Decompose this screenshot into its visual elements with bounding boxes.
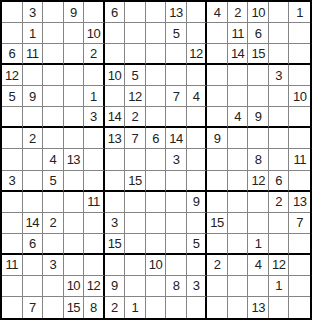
cell-r7c9-given[interactable]: 14 <box>166 128 187 149</box>
cell-r6c13-given[interactable]: 9 <box>248 107 269 128</box>
cell-r1c2-given[interactable]: 3 <box>23 2 44 23</box>
cell-r1c15-given[interactable]: 1 <box>289 2 310 23</box>
cell-r1c10-empty[interactable] <box>187 2 208 23</box>
cell-r12c6-given[interactable]: 15 <box>105 234 126 255</box>
cell-r3c1-given[interactable]: 6 <box>2 44 23 65</box>
cell-r6c4-empty[interactable] <box>64 107 85 128</box>
cell-r9c3-given[interactable]: 5 <box>43 171 64 192</box>
cell-r1c3-empty[interactable] <box>43 2 64 23</box>
cell-r8c9-given[interactable]: 3 <box>166 149 187 170</box>
cell-r9c14-given[interactable]: 6 <box>269 171 290 192</box>
cell-r12c11-empty[interactable] <box>207 234 228 255</box>
cell-r14c11-empty[interactable] <box>207 276 228 297</box>
cell-r14c10-given[interactable]: 3 <box>187 276 208 297</box>
cell-r14c6-given[interactable]: 9 <box>105 276 126 297</box>
cell-r4c2-empty[interactable] <box>23 65 44 86</box>
cell-r8c13-given[interactable]: 8 <box>248 149 269 170</box>
cell-r5c1-given[interactable]: 5 <box>2 86 23 107</box>
cell-r5c8-empty[interactable] <box>146 86 167 107</box>
cell-r5c5-given[interactable]: 1 <box>84 86 105 107</box>
cell-r4c12-empty[interactable] <box>228 65 249 86</box>
cell-r1c6-given[interactable]: 6 <box>105 2 126 23</box>
cell-r11c1-empty[interactable] <box>2 213 23 234</box>
cell-r12c3-empty[interactable] <box>43 234 64 255</box>
cell-r13c9-empty[interactable] <box>166 255 187 276</box>
cell-r3c14-empty[interactable] <box>269 44 290 65</box>
cell-r15c8-empty[interactable] <box>146 297 167 318</box>
cell-r12c5-empty[interactable] <box>84 234 105 255</box>
cell-r2c10-empty[interactable] <box>187 23 208 44</box>
cell-r6c8-empty[interactable] <box>146 107 167 128</box>
cell-r13c14-given[interactable]: 12 <box>269 255 290 276</box>
cell-r4c5-empty[interactable] <box>84 65 105 86</box>
cell-r3c15-empty[interactable] <box>289 44 310 65</box>
cell-r13c1-given[interactable]: 11 <box>2 255 23 276</box>
sudoku-15x15-puzzle: 3961342101110511661121214151210535911274… <box>0 0 312 320</box>
cell-r2c12-given[interactable]: 11 <box>228 23 249 44</box>
sudoku-board: 3961342101110511661121214151210535911274… <box>0 0 312 320</box>
cell-r7c10-empty[interactable] <box>187 128 208 149</box>
cell-r13c5-empty[interactable] <box>84 255 105 276</box>
cell-r7c14-empty[interactable] <box>269 128 290 149</box>
cell-r1c12-given[interactable]: 2 <box>228 2 249 23</box>
cell-r14c2-empty[interactable] <box>23 276 44 297</box>
cell-r3c12-given[interactable]: 14 <box>228 44 249 65</box>
cell-r4c15-empty[interactable] <box>289 65 310 86</box>
cell-r14c14-given[interactable]: 1 <box>269 276 290 297</box>
cell-r3c2-given[interactable]: 11 <box>23 44 44 65</box>
cell-r13c12-empty[interactable] <box>228 255 249 276</box>
cell-r15c1-empty[interactable] <box>2 297 23 318</box>
cell-r9c13-given[interactable]: 12 <box>248 171 269 192</box>
cell-r6c15-empty[interactable] <box>289 107 310 128</box>
cell-r15c11-empty[interactable] <box>207 297 228 318</box>
cell-r4c3-empty[interactable] <box>43 65 64 86</box>
cell-r10c5-given[interactable]: 11 <box>84 192 105 213</box>
cell-r5c10-given[interactable]: 4 <box>187 86 208 107</box>
cell-r3c6-empty[interactable] <box>105 44 126 65</box>
cell-r7c15-empty[interactable] <box>289 128 310 149</box>
cell-r9c7-given[interactable]: 15 <box>125 171 146 192</box>
cell-r6c7-given[interactable]: 2 <box>125 107 146 128</box>
cell-r9c5-empty[interactable] <box>84 171 105 192</box>
cell-r10c3-empty[interactable] <box>43 192 64 213</box>
cell-r11c14-empty[interactable] <box>269 213 290 234</box>
cell-r15c6-given[interactable]: 2 <box>105 297 126 318</box>
cell-r1c4-given[interactable]: 9 <box>64 2 85 23</box>
cell-r2c4-empty[interactable] <box>64 23 85 44</box>
cell-r15c14-empty[interactable] <box>269 297 290 318</box>
cell-r11c8-empty[interactable] <box>146 213 167 234</box>
cell-r7c1-empty[interactable] <box>2 128 23 149</box>
cell-r2c13-given[interactable]: 6 <box>248 23 269 44</box>
cell-r4c10-empty[interactable] <box>187 65 208 86</box>
cell-r10c2-empty[interactable] <box>23 192 44 213</box>
cell-r7c8-given[interactable]: 6 <box>146 128 167 149</box>
cell-r8c3-given[interactable]: 4 <box>43 149 64 170</box>
cell-r8c11-empty[interactable] <box>207 149 228 170</box>
cell-r14c8-empty[interactable] <box>146 276 167 297</box>
cell-r6c6-given[interactable]: 14 <box>105 107 126 128</box>
cell-r11c3-given[interactable]: 2 <box>43 213 64 234</box>
cell-r10c12-empty[interactable] <box>228 192 249 213</box>
cell-r5c12-empty[interactable] <box>228 86 249 107</box>
cell-r2c1-empty[interactable] <box>2 23 23 44</box>
cell-r5c11-empty[interactable] <box>207 86 228 107</box>
cell-r3c10-given[interactable]: 12 <box>187 44 208 65</box>
cell-r3c7-empty[interactable] <box>125 44 146 65</box>
cell-r2c15-empty[interactable] <box>289 23 310 44</box>
cell-r5c7-given[interactable]: 12 <box>125 86 146 107</box>
cell-r5c3-empty[interactable] <box>43 86 64 107</box>
cell-r2c11-empty[interactable] <box>207 23 228 44</box>
cell-r15c15-empty[interactable] <box>289 297 310 318</box>
cell-r9c4-empty[interactable] <box>64 171 85 192</box>
cell-r7c2-given[interactable]: 2 <box>23 128 44 149</box>
cell-r6c9-empty[interactable] <box>166 107 187 128</box>
cell-r3c9-empty[interactable] <box>166 44 187 65</box>
cell-r7c6-given[interactable]: 13 <box>105 128 126 149</box>
cell-r4c11-empty[interactable] <box>207 65 228 86</box>
cell-r7c4-empty[interactable] <box>64 128 85 149</box>
cell-r9c1-given[interactable]: 3 <box>2 171 23 192</box>
cell-r11c10-empty[interactable] <box>187 213 208 234</box>
cell-r10c15-given[interactable]: 13 <box>289 192 310 213</box>
cell-r5c4-empty[interactable] <box>64 86 85 107</box>
cell-r2c3-empty[interactable] <box>43 23 64 44</box>
cell-r11c6-given[interactable]: 3 <box>105 213 126 234</box>
cell-r7c12-empty[interactable] <box>228 128 249 149</box>
cell-r1c5-empty[interactable] <box>84 2 105 23</box>
cell-r3c8-empty[interactable] <box>146 44 167 65</box>
cell-r6c1-empty[interactable] <box>2 107 23 128</box>
cell-r9c10-empty[interactable] <box>187 171 208 192</box>
cell-r10c13-empty[interactable] <box>248 192 269 213</box>
cell-r15c13-given[interactable]: 13 <box>248 297 269 318</box>
cell-r8c5-empty[interactable] <box>84 149 105 170</box>
cell-r12c9-empty[interactable] <box>166 234 187 255</box>
cell-r8c8-empty[interactable] <box>146 149 167 170</box>
cell-r2c6-empty[interactable] <box>105 23 126 44</box>
cell-r13c11-given[interactable]: 2 <box>207 255 228 276</box>
cell-r10c9-empty[interactable] <box>166 192 187 213</box>
cell-r12c13-given[interactable]: 1 <box>248 234 269 255</box>
cell-r2c14-empty[interactable] <box>269 23 290 44</box>
cell-r3c3-empty[interactable] <box>43 44 64 65</box>
cell-r2c5-given[interactable]: 10 <box>84 23 105 44</box>
cell-r10c4-empty[interactable] <box>64 192 85 213</box>
cell-r11c5-empty[interactable] <box>84 213 105 234</box>
cell-r10c1-empty[interactable] <box>2 192 23 213</box>
cell-r13c2-empty[interactable] <box>23 255 44 276</box>
cell-r13c10-empty[interactable] <box>187 255 208 276</box>
cell-r6c10-empty[interactable] <box>187 107 208 128</box>
cell-r13c13-given[interactable]: 4 <box>248 255 269 276</box>
cell-r8c7-empty[interactable] <box>125 149 146 170</box>
cell-r1c7-empty[interactable] <box>125 2 146 23</box>
cell-r11c12-empty[interactable] <box>228 213 249 234</box>
cell-r12c10-given[interactable]: 5 <box>187 234 208 255</box>
cell-r12c15-empty[interactable] <box>289 234 310 255</box>
cell-r5c6-empty[interactable] <box>105 86 126 107</box>
cell-r14c5-given[interactable]: 12 <box>84 276 105 297</box>
cell-r13c7-empty[interactable] <box>125 255 146 276</box>
cell-r6c14-empty[interactable] <box>269 107 290 128</box>
cell-r3c4-empty[interactable] <box>64 44 85 65</box>
cell-r5c13-empty[interactable] <box>248 86 269 107</box>
cell-r2c9-given[interactable]: 5 <box>166 23 187 44</box>
cell-r12c1-empty[interactable] <box>2 234 23 255</box>
cell-r10c10-given[interactable]: 9 <box>187 192 208 213</box>
cell-r10c11-empty[interactable] <box>207 192 228 213</box>
cell-r7c5-empty[interactable] <box>84 128 105 149</box>
cell-r2c8-empty[interactable] <box>146 23 167 44</box>
cell-r11c4-empty[interactable] <box>64 213 85 234</box>
cell-r14c13-empty[interactable] <box>248 276 269 297</box>
cell-r15c12-empty[interactable] <box>228 297 249 318</box>
cell-r12c14-empty[interactable] <box>269 234 290 255</box>
cell-r2c2-given[interactable]: 1 <box>23 23 44 44</box>
cell-r11c2-given[interactable]: 14 <box>23 213 44 234</box>
cell-r13c15-empty[interactable] <box>289 255 310 276</box>
cell-r11c7-empty[interactable] <box>125 213 146 234</box>
cell-r12c7-empty[interactable] <box>125 234 146 255</box>
cell-r15c3-empty[interactable] <box>43 297 64 318</box>
cell-r4c9-empty[interactable] <box>166 65 187 86</box>
cell-r4c8-empty[interactable] <box>146 65 167 86</box>
cell-r2c7-empty[interactable] <box>125 23 146 44</box>
cell-r8c10-empty[interactable] <box>187 149 208 170</box>
cell-r15c2-given[interactable]: 7 <box>23 297 44 318</box>
cell-r6c3-empty[interactable] <box>43 107 64 128</box>
cell-r5c2-given[interactable]: 9 <box>23 86 44 107</box>
cell-r10c8-empty[interactable] <box>146 192 167 213</box>
cell-r6c12-given[interactable]: 4 <box>228 107 249 128</box>
cell-r4c4-empty[interactable] <box>64 65 85 86</box>
cell-r8c14-empty[interactable] <box>269 149 290 170</box>
cell-r14c3-empty[interactable] <box>43 276 64 297</box>
cell-r3c11-empty[interactable] <box>207 44 228 65</box>
cell-r14c9-given[interactable]: 8 <box>166 276 187 297</box>
cell-r9c15-empty[interactable] <box>289 171 310 192</box>
cell-r1c11-given[interactable]: 4 <box>207 2 228 23</box>
cell-r5c15-given[interactable]: 10 <box>289 86 310 107</box>
cell-r15c5-given[interactable]: 8 <box>84 297 105 318</box>
cell-r7c13-empty[interactable] <box>248 128 269 149</box>
cell-r11c9-empty[interactable] <box>166 213 187 234</box>
cell-r9c9-empty[interactable] <box>166 171 187 192</box>
cell-r1c1-empty[interactable] <box>2 2 23 23</box>
cell-r7c3-empty[interactable] <box>43 128 64 149</box>
cell-r6c2-empty[interactable] <box>23 107 44 128</box>
cell-r12c2-given[interactable]: 6 <box>23 234 44 255</box>
cell-r11c15-given[interactable]: 7 <box>289 213 310 234</box>
cell-r13c6-empty[interactable] <box>105 255 126 276</box>
cell-r12c8-empty[interactable] <box>146 234 167 255</box>
cell-r1c14-empty[interactable] <box>269 2 290 23</box>
cell-r8c15-given[interactable]: 11 <box>289 149 310 170</box>
cell-r1c8-empty[interactable] <box>146 2 167 23</box>
cell-r12c4-empty[interactable] <box>64 234 85 255</box>
cell-r15c4-given[interactable]: 15 <box>64 297 85 318</box>
cell-r7c7-given[interactable]: 7 <box>125 128 146 149</box>
cell-r4c7-given[interactable]: 5 <box>125 65 146 86</box>
cell-r11c11-given[interactable]: 15 <box>207 213 228 234</box>
cell-r9c12-empty[interactable] <box>228 171 249 192</box>
cell-r8c4-given[interactable]: 13 <box>64 149 85 170</box>
cell-r15c9-empty[interactable] <box>166 297 187 318</box>
cell-r12c12-empty[interactable] <box>228 234 249 255</box>
cell-r10c7-empty[interactable] <box>125 192 146 213</box>
cell-r10c14-given[interactable]: 2 <box>269 192 290 213</box>
cell-r14c7-empty[interactable] <box>125 276 146 297</box>
cell-r1c13-given[interactable]: 10 <box>248 2 269 23</box>
cell-r14c15-empty[interactable] <box>289 276 310 297</box>
cell-r5c9-given[interactable]: 7 <box>166 86 187 107</box>
cell-r9c8-empty[interactable] <box>146 171 167 192</box>
cell-r4c1-given[interactable]: 12 <box>2 65 23 86</box>
cell-r13c4-empty[interactable] <box>64 255 85 276</box>
cell-r9c6-empty[interactable] <box>105 171 126 192</box>
cell-r3c13-given[interactable]: 15 <box>248 44 269 65</box>
cell-r5c14-empty[interactable] <box>269 86 290 107</box>
cell-r13c3-given[interactable]: 3 <box>43 255 64 276</box>
cell-r8c2-empty[interactable] <box>23 149 44 170</box>
cell-r1c9-given[interactable]: 13 <box>166 2 187 23</box>
cell-r8c1-empty[interactable] <box>2 149 23 170</box>
cell-r14c12-empty[interactable] <box>228 276 249 297</box>
cell-r15c7-given[interactable]: 1 <box>125 297 146 318</box>
cell-r14c4-given[interactable]: 10 <box>64 276 85 297</box>
cell-r14c1-empty[interactable] <box>2 276 23 297</box>
cell-r11c13-empty[interactable] <box>248 213 269 234</box>
cell-r4c14-given[interactable]: 3 <box>269 65 290 86</box>
cell-r9c2-empty[interactable] <box>23 171 44 192</box>
cell-r4c13-empty[interactable] <box>248 65 269 86</box>
cell-r8c6-empty[interactable] <box>105 149 126 170</box>
cell-r6c5-given[interactable]: 3 <box>84 107 105 128</box>
cell-r13c8-given[interactable]: 10 <box>146 255 167 276</box>
cell-r7c11-given[interactable]: 9 <box>207 128 228 149</box>
cell-r9c11-empty[interactable] <box>207 171 228 192</box>
cell-r3c5-given[interactable]: 2 <box>84 44 105 65</box>
cell-r10c6-empty[interactable] <box>105 192 126 213</box>
cell-r8c12-empty[interactable] <box>228 149 249 170</box>
cell-r4c6-given[interactable]: 10 <box>105 65 126 86</box>
cell-r6c11-empty[interactable] <box>207 107 228 128</box>
cell-r15c10-empty[interactable] <box>187 297 208 318</box>
